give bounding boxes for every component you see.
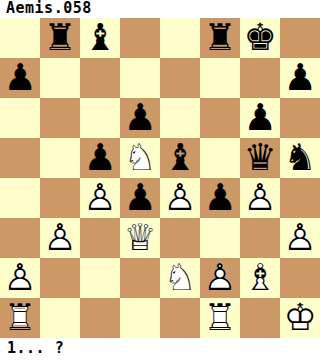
white-piece-outline: ♘ <box>160 258 200 298</box>
square-h6[interactable] <box>280 98 320 138</box>
square-g8[interactable]: ♚ <box>240 18 280 58</box>
white-piece-outline: ♙ <box>160 178 200 218</box>
puzzle-window: Aemis.058 ♜♝♜♚♟♟♟♟♟♞♘♝♛♞♟♙♟♟♙♟♟♙♟♙♛♕♟♙♟♙… <box>0 0 320 360</box>
piece-black-queen[interactable]: ♛ <box>240 138 280 178</box>
piece-black-pawn[interactable]: ♟ <box>0 58 40 98</box>
square-c5[interactable]: ♟ <box>80 138 120 178</box>
black-piece-glyph: ♟ <box>280 58 320 98</box>
piece-black-bishop[interactable]: ♝ <box>160 138 200 178</box>
square-h4[interactable] <box>280 178 320 218</box>
black-piece-glyph: ♟ <box>200 178 240 218</box>
black-piece-glyph: ♟ <box>0 58 40 98</box>
piece-black-rook[interactable]: ♜ <box>200 18 240 58</box>
square-h8[interactable] <box>280 18 320 58</box>
square-e2[interactable]: ♞♘ <box>160 258 200 298</box>
piece-white-rook[interactable]: ♜♖ <box>0 298 40 338</box>
piece-black-pawn[interactable]: ♟ <box>280 58 320 98</box>
square-d5[interactable]: ♞♘ <box>120 138 160 178</box>
square-g5[interactable]: ♛ <box>240 138 280 178</box>
piece-white-pawn[interactable]: ♟♙ <box>240 178 280 218</box>
square-a7[interactable]: ♟ <box>0 58 40 98</box>
square-b5[interactable] <box>40 138 80 178</box>
square-h7[interactable]: ♟ <box>280 58 320 98</box>
white-piece-outline: ♖ <box>0 298 40 338</box>
square-a5[interactable] <box>0 138 40 178</box>
square-a8[interactable] <box>0 18 40 58</box>
piece-white-pawn[interactable]: ♟♙ <box>0 258 40 298</box>
white-piece-outline: ♙ <box>0 258 40 298</box>
piece-white-rook[interactable]: ♜♖ <box>200 298 240 338</box>
square-g3[interactable] <box>240 218 280 258</box>
square-g7[interactable] <box>240 58 280 98</box>
square-c7[interactable] <box>80 58 120 98</box>
square-g4[interactable]: ♟♙ <box>240 178 280 218</box>
piece-black-pawn[interactable]: ♟ <box>120 178 160 218</box>
square-a2[interactable]: ♟♙ <box>0 258 40 298</box>
square-a1[interactable]: ♜♖ <box>0 298 40 338</box>
white-piece-outline: ♙ <box>40 218 80 258</box>
square-h3[interactable]: ♟♙ <box>280 218 320 258</box>
square-f8[interactable]: ♜ <box>200 18 240 58</box>
square-d7[interactable] <box>120 58 160 98</box>
piece-white-king[interactable]: ♚♔ <box>280 298 320 338</box>
black-piece-glyph: ♟ <box>120 178 160 218</box>
piece-black-rook[interactable]: ♜ <box>40 18 80 58</box>
piece-white-knight[interactable]: ♞♘ <box>120 138 160 178</box>
piece-white-pawn[interactable]: ♟♙ <box>280 218 320 258</box>
white-piece-outline: ♕ <box>120 218 160 258</box>
square-c8[interactable]: ♝ <box>80 18 120 58</box>
black-piece-glyph: ♟ <box>240 98 280 138</box>
piece-black-pawn[interactable]: ♟ <box>120 98 160 138</box>
square-c4[interactable]: ♟♙ <box>80 178 120 218</box>
square-g2[interactable]: ♝♗ <box>240 258 280 298</box>
move-prompt: 1... ? <box>0 338 320 360</box>
square-e7[interactable] <box>160 58 200 98</box>
piece-black-bishop[interactable]: ♝ <box>80 18 120 58</box>
white-piece-outline: ♙ <box>200 258 240 298</box>
square-b4[interactable] <box>40 178 80 218</box>
square-b8[interactable]: ♜ <box>40 18 80 58</box>
piece-black-king[interactable]: ♚ <box>240 18 280 58</box>
white-piece-outline: ♘ <box>120 138 160 178</box>
square-g1[interactable] <box>240 298 280 338</box>
piece-black-knight[interactable]: ♞ <box>280 138 320 178</box>
square-g6[interactable]: ♟ <box>240 98 280 138</box>
piece-white-pawn[interactable]: ♟♙ <box>160 178 200 218</box>
white-piece-outline: ♔ <box>280 298 320 338</box>
black-piece-glyph: ♜ <box>200 18 240 58</box>
square-f2[interactable]: ♟♙ <box>200 258 240 298</box>
white-piece-outline: ♙ <box>80 178 120 218</box>
square-d2[interactable] <box>120 258 160 298</box>
square-f4[interactable]: ♟ <box>200 178 240 218</box>
square-f1[interactable]: ♜♖ <box>200 298 240 338</box>
piece-white-queen[interactable]: ♛♕ <box>120 218 160 258</box>
white-piece-outline: ♖ <box>200 298 240 338</box>
square-b1[interactable] <box>40 298 80 338</box>
black-piece-glyph: ♟ <box>80 138 120 178</box>
black-piece-glyph: ♛ <box>240 138 280 178</box>
square-c1[interactable] <box>80 298 120 338</box>
square-h1[interactable]: ♚♔ <box>280 298 320 338</box>
square-h2[interactable] <box>280 258 320 298</box>
piece-white-knight[interactable]: ♞♘ <box>160 258 200 298</box>
piece-black-pawn[interactable]: ♟ <box>80 138 120 178</box>
square-d4[interactable]: ♟ <box>120 178 160 218</box>
piece-black-pawn[interactable]: ♟ <box>240 98 280 138</box>
square-d6[interactable]: ♟ <box>120 98 160 138</box>
square-a6[interactable] <box>0 98 40 138</box>
square-f3[interactable] <box>200 218 240 258</box>
square-c3[interactable] <box>80 218 120 258</box>
square-e3[interactable] <box>160 218 200 258</box>
black-piece-glyph: ♜ <box>40 18 80 58</box>
square-d3[interactable]: ♛♕ <box>120 218 160 258</box>
square-e1[interactable] <box>160 298 200 338</box>
black-piece-glyph: ♚ <box>240 18 280 58</box>
square-a3[interactable] <box>0 218 40 258</box>
black-piece-glyph: ♞ <box>280 138 320 178</box>
black-piece-glyph: ♝ <box>80 18 120 58</box>
piece-white-bishop[interactable]: ♝♗ <box>240 258 280 298</box>
piece-black-pawn[interactable]: ♟ <box>200 178 240 218</box>
black-piece-glyph: ♟ <box>120 98 160 138</box>
white-piece-outline: ♙ <box>240 178 280 218</box>
square-f7[interactable] <box>200 58 240 98</box>
square-h5[interactable]: ♞ <box>280 138 320 178</box>
square-c6[interactable] <box>80 98 120 138</box>
square-e5[interactable]: ♝ <box>160 138 200 178</box>
square-c2[interactable] <box>80 258 120 298</box>
white-piece-outline: ♙ <box>280 218 320 258</box>
piece-white-pawn[interactable]: ♟♙ <box>40 218 80 258</box>
square-d1[interactable] <box>120 298 160 338</box>
square-e8[interactable] <box>160 18 200 58</box>
black-piece-glyph: ♝ <box>160 138 200 178</box>
square-f5[interactable] <box>200 138 240 178</box>
chess-board: ♜♝♜♚♟♟♟♟♟♞♘♝♛♞♟♙♟♟♙♟♟♙♟♙♛♕♟♙♟♙♞♘♟♙♝♗♜♖♜♖… <box>0 18 320 338</box>
square-b7[interactable] <box>40 58 80 98</box>
piece-white-pawn[interactable]: ♟♙ <box>80 178 120 218</box>
square-a4[interactable] <box>0 178 40 218</box>
square-d8[interactable] <box>120 18 160 58</box>
square-b6[interactable] <box>40 98 80 138</box>
square-e6[interactable] <box>160 98 200 138</box>
white-piece-outline: ♗ <box>240 258 280 298</box>
square-b3[interactable]: ♟♙ <box>40 218 80 258</box>
square-f6[interactable] <box>200 98 240 138</box>
piece-white-pawn[interactable]: ♟♙ <box>200 258 240 298</box>
square-b2[interactable] <box>40 258 80 298</box>
square-e4[interactable]: ♟♙ <box>160 178 200 218</box>
